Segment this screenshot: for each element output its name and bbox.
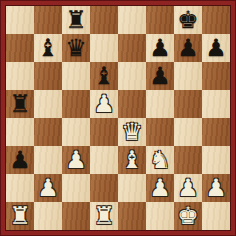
square-f1[interactable] xyxy=(146,202,174,230)
piece-black-king[interactable]: ♚ xyxy=(174,6,202,34)
square-b4[interactable] xyxy=(34,118,62,146)
piece-black-pawn[interactable]: ♟ xyxy=(174,34,202,62)
square-b3[interactable] xyxy=(34,146,62,174)
piece-white-rook[interactable]: ♜ xyxy=(90,202,118,230)
square-c7[interactable]: ♛ xyxy=(62,34,90,62)
square-a6[interactable] xyxy=(6,62,34,90)
square-g2[interactable]: ♟ xyxy=(174,174,202,202)
square-c8[interactable]: ♜ xyxy=(62,6,90,34)
square-d1[interactable]: ♜ xyxy=(90,202,118,230)
square-g5[interactable] xyxy=(174,90,202,118)
square-c5[interactable] xyxy=(62,90,90,118)
square-e3[interactable]: ♝ xyxy=(118,146,146,174)
piece-black-bishop[interactable]: ♝ xyxy=(90,62,118,90)
square-a2[interactable] xyxy=(6,174,34,202)
square-c1[interactable] xyxy=(62,202,90,230)
piece-white-knight[interactable]: ♞ xyxy=(146,146,174,174)
square-c3[interactable]: ♟ xyxy=(62,146,90,174)
square-g1[interactable]: ♚ xyxy=(174,202,202,230)
square-d8[interactable] xyxy=(90,6,118,34)
square-h5[interactable] xyxy=(202,90,230,118)
square-d4[interactable] xyxy=(90,118,118,146)
square-f4[interactable] xyxy=(146,118,174,146)
square-a3[interactable]: ♟ xyxy=(6,146,34,174)
chess-board: ♜♚♝♛♟♟♟♝♟♜♟♛♟♟♝♞♟♟♟♟♜♜♚ xyxy=(6,6,230,230)
piece-white-queen[interactable]: ♛ xyxy=(118,118,146,146)
square-e8[interactable] xyxy=(118,6,146,34)
square-b7[interactable]: ♝ xyxy=(34,34,62,62)
square-a7[interactable] xyxy=(6,34,34,62)
square-b5[interactable] xyxy=(34,90,62,118)
square-d5[interactable]: ♟ xyxy=(90,90,118,118)
square-b8[interactable] xyxy=(34,6,62,34)
square-e7[interactable] xyxy=(118,34,146,62)
piece-black-pawn[interactable]: ♟ xyxy=(146,62,174,90)
square-a5[interactable]: ♜ xyxy=(6,90,34,118)
piece-white-pawn[interactable]: ♟ xyxy=(202,174,230,202)
piece-white-pawn[interactable]: ♟ xyxy=(62,146,90,174)
square-a8[interactable] xyxy=(6,6,34,34)
square-d3[interactable] xyxy=(90,146,118,174)
square-f3[interactable]: ♞ xyxy=(146,146,174,174)
square-d6[interactable]: ♝ xyxy=(90,62,118,90)
square-e1[interactable] xyxy=(118,202,146,230)
square-c6[interactable] xyxy=(62,62,90,90)
piece-white-pawn[interactable]: ♟ xyxy=(174,174,202,202)
square-d2[interactable] xyxy=(90,174,118,202)
piece-black-pawn[interactable]: ♟ xyxy=(6,146,34,174)
square-h3[interactable] xyxy=(202,146,230,174)
piece-black-pawn[interactable]: ♟ xyxy=(202,34,230,62)
square-e4[interactable]: ♛ xyxy=(118,118,146,146)
square-h7[interactable]: ♟ xyxy=(202,34,230,62)
square-h1[interactable] xyxy=(202,202,230,230)
square-b6[interactable] xyxy=(34,62,62,90)
piece-white-king[interactable]: ♚ xyxy=(174,202,202,230)
square-f5[interactable] xyxy=(146,90,174,118)
square-g4[interactable] xyxy=(174,118,202,146)
square-a1[interactable]: ♜ xyxy=(6,202,34,230)
square-h8[interactable] xyxy=(202,6,230,34)
square-g3[interactable] xyxy=(174,146,202,174)
square-h4[interactable] xyxy=(202,118,230,146)
piece-white-pawn[interactable]: ♟ xyxy=(34,174,62,202)
square-c4[interactable] xyxy=(62,118,90,146)
square-f7[interactable]: ♟ xyxy=(146,34,174,62)
piece-black-queen[interactable]: ♛ xyxy=(62,34,90,62)
piece-black-bishop[interactable]: ♝ xyxy=(34,34,62,62)
square-e5[interactable] xyxy=(118,90,146,118)
piece-white-rook[interactable]: ♜ xyxy=(6,202,34,230)
square-f2[interactable]: ♟ xyxy=(146,174,174,202)
square-b1[interactable] xyxy=(34,202,62,230)
square-a4[interactable] xyxy=(6,118,34,146)
square-g7[interactable]: ♟ xyxy=(174,34,202,62)
square-f6[interactable]: ♟ xyxy=(146,62,174,90)
piece-white-pawn[interactable]: ♟ xyxy=(90,90,118,118)
square-b2[interactable]: ♟ xyxy=(34,174,62,202)
piece-black-rook[interactable]: ♜ xyxy=(62,6,90,34)
square-g6[interactable] xyxy=(174,62,202,90)
board-frame: ♜♚♝♛♟♟♟♝♟♜♟♛♟♟♝♞♟♟♟♟♜♜♚ xyxy=(0,0,236,236)
square-e6[interactable] xyxy=(118,62,146,90)
square-g8[interactable]: ♚ xyxy=(174,6,202,34)
square-h2[interactable]: ♟ xyxy=(202,174,230,202)
piece-black-pawn[interactable]: ♟ xyxy=(146,34,174,62)
square-f8[interactable] xyxy=(146,6,174,34)
square-d7[interactable] xyxy=(90,34,118,62)
square-h6[interactable] xyxy=(202,62,230,90)
square-c2[interactable] xyxy=(62,174,90,202)
piece-black-rook[interactable]: ♜ xyxy=(6,90,34,118)
square-e2[interactable] xyxy=(118,174,146,202)
piece-white-pawn[interactable]: ♟ xyxy=(146,174,174,202)
piece-white-bishop[interactable]: ♝ xyxy=(118,146,146,174)
